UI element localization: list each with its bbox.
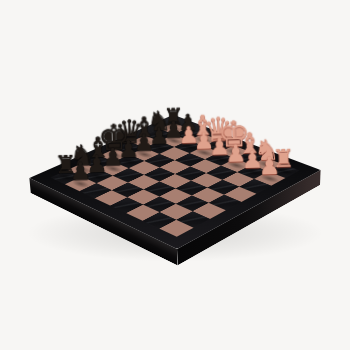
square-c4 [129, 161, 160, 175]
square-d3 [128, 175, 159, 190]
square-d7: ♟ [189, 146, 219, 159]
piece-black-knight: ♞ [138, 108, 180, 136]
piece-pink-pawn: ♟ [183, 129, 226, 153]
square-a5: ♛ [115, 142, 145, 155]
square-c7: ♟ [174, 140, 204, 153]
camera-tilt-wrapper: ♜♟♝♛♚♝♞♜♞♟♟♟♟♟♟♟♝♟♛♟♚♟♝♟♞♟♜♟ [0, 0, 350, 350]
product-photo-scene: ♜♟♝♛♚♝♞♜♞♟♟♟♟♟♟♟♝♟♛♟♚♟♝♟♞♟♜♟ [0, 0, 350, 350]
piece-black-queen: ♛ [108, 115, 151, 149]
square-b6: ♟ [145, 141, 175, 154]
piece-black-pawn: ♟ [153, 118, 195, 142]
piece-black-rook: ♜ [153, 105, 194, 129]
piece-pink-queen: ♛ [197, 113, 240, 147]
square-b7: ♟ [159, 135, 188, 147]
piece-pink-pawn: ♟ [167, 123, 210, 147]
square-a7: ♞ [145, 129, 174, 141]
square-b8: ♟ [174, 128, 203, 140]
square-c8: ♝ [189, 134, 218, 146]
piece-black-pawn: ♟ [58, 159, 103, 185]
square-c6 [159, 147, 189, 160]
square-c5 [144, 154, 174, 167]
piece-pink-pawn: ♟ [247, 154, 292, 180]
square-h7: ♟ [254, 171, 285, 185]
square-d8: ♛ [204, 140, 234, 153]
piece-black-pawn: ♟ [123, 131, 166, 155]
piece-pink-bishop: ♝ [182, 112, 224, 140]
square-e6 [190, 159, 221, 173]
piece-black-pawn: ♟ [138, 124, 181, 148]
piece-black-bishop: ♝ [123, 114, 165, 142]
chess-board: ♜♟♝♛♚♝♞♜♞♟♟♟♟♟♟♟♝♟♛♟♚♟♝♟♞♟♜♟ [29, 115, 320, 249]
square-a8: ♜ [159, 123, 188, 135]
square-d6 [175, 153, 205, 166]
square-b5: ♟ [129, 148, 159, 161]
square-d5 [159, 160, 190, 174]
piece-black-pawn: ♟ [167, 111, 209, 134]
square-a6: ♝ [130, 135, 159, 148]
